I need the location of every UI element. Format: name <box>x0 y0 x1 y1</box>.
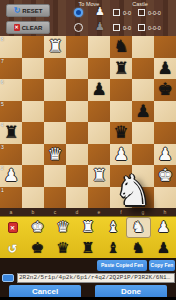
black-rook-icon: ♜ <box>81 240 94 257</box>
square-h8[interactable] <box>154 36 176 58</box>
square-e3[interactable] <box>88 144 110 166</box>
palette-black-pawn[interactable]: ♟ <box>151 238 176 259</box>
black-rook[interactable]: ♜ <box>3 123 18 142</box>
rank-label-5: 5 <box>1 101 4 107</box>
square-f8[interactable]: ♞ <box>110 36 132 58</box>
square-d4[interactable] <box>66 122 88 144</box>
black-queen[interactable]: ♛ <box>113 123 128 142</box>
square-h7[interactable]: ♟ <box>154 58 176 80</box>
square-c2[interactable] <box>44 165 66 187</box>
square-b4[interactable] <box>22 122 44 144</box>
square-a1[interactable]: 1 <box>0 187 22 209</box>
square-h4[interactable] <box>154 122 176 144</box>
palette-black-queen[interactable]: ♛ <box>50 238 75 259</box>
white-pawn-icon: ♟ <box>95 6 105 17</box>
black-king[interactable]: ♚ <box>157 80 172 99</box>
rank-label-8: 8 <box>1 36 4 42</box>
black-bishop-icon: ♝ <box>106 240 119 257</box>
swap-colors-tool[interactable]: ↺ <box>0 238 25 259</box>
reset-button[interactable]: ↻ RESET <box>6 4 50 17</box>
black-queen-icon: ♛ <box>56 240 69 257</box>
white-pawn[interactable]: ♟ <box>157 145 172 164</box>
square-c4[interactable] <box>44 122 66 144</box>
square-a6[interactable]: 6 <box>0 79 22 101</box>
rank-label-2: 2 <box>1 165 4 171</box>
square-f7[interactable]: ♜ <box>110 58 132 80</box>
castle-white-kingside-checkbox[interactable] <box>113 9 120 16</box>
square-c1[interactable] <box>44 187 66 209</box>
white-queen-icon: ♛ <box>56 219 69 236</box>
rank-label-1: 1 <box>1 187 4 193</box>
square-b1[interactable] <box>22 187 44 209</box>
fen-section: Paste Copied Fen Copy Fen 2R2n2/5r1p/4p2… <box>0 258 176 300</box>
copy-fen-button[interactable]: Copy Fen <box>149 260 175 271</box>
square-e7[interactable] <box>88 58 110 80</box>
square-h5[interactable] <box>154 101 176 123</box>
trash-icon: ✕ <box>14 24 20 31</box>
black-pawn-icon: ♟ <box>157 240 170 257</box>
square-a8[interactable]: 8 <box>0 36 22 58</box>
editor-toolbar: ↻ RESET ✕ CLEAR To Move ♟ ♟ Castle 0-0 0… <box>0 0 176 36</box>
square-b7[interactable] <box>22 58 44 80</box>
square-g5[interactable]: ♟ <box>132 101 154 123</box>
square-g7[interactable] <box>132 58 154 80</box>
palette-white-knight[interactable]: ♞ <box>126 217 151 238</box>
palette-white-pawn[interactable]: ♟ <box>151 217 176 238</box>
white-bishop-icon: ♝ <box>106 219 119 236</box>
palette-white-bishop[interactable]: ♝ <box>101 217 126 238</box>
white-queen[interactable]: ♛ <box>47 145 62 164</box>
square-g3[interactable] <box>132 144 154 166</box>
square-d3[interactable] <box>66 144 88 166</box>
square-h3[interactable]: ♟ <box>154 144 176 166</box>
palette-black-bishop[interactable]: ♝ <box>101 238 126 259</box>
piece-palette: ✕ ♚♛♜♝♞♟ ↺ ♚♛♜♝♞♟ <box>0 216 176 258</box>
square-a4[interactable]: 4♜ <box>0 122 22 144</box>
square-g8[interactable] <box>132 36 154 58</box>
square-c3[interactable]: ♛ <box>44 144 66 166</box>
black-pawn-icon: ♟ <box>95 21 105 32</box>
square-a5[interactable]: 5 <box>0 101 22 123</box>
rank-label-3: 3 <box>1 144 4 150</box>
square-a3[interactable]: 3 <box>0 144 22 166</box>
dragged-white-knight[interactable]: ♞ <box>106 170 160 214</box>
white-rook-icon: ♜ <box>81 219 94 236</box>
square-b2[interactable] <box>22 165 44 187</box>
palette-white-queen[interactable]: ♛ <box>50 217 75 238</box>
square-b6[interactable] <box>22 79 44 101</box>
castle-white-kingside-label: 0-0 <box>123 10 131 16</box>
delete-piece-tool[interactable]: ✕ <box>0 217 25 238</box>
square-a7[interactable]: 7 <box>0 58 22 80</box>
to-move-black-radio[interactable] <box>74 23 83 32</box>
black-knight-icon: ♞ <box>132 240 145 257</box>
square-d6[interactable] <box>66 79 88 101</box>
to-move-label: To Move <box>66 1 112 7</box>
square-d2[interactable] <box>66 165 88 187</box>
square-g6[interactable] <box>132 79 154 101</box>
square-e8[interactable] <box>88 36 110 58</box>
file-label-b: b <box>22 208 44 216</box>
castle-black-queenside-checkbox[interactable] <box>138 24 145 31</box>
castle-white-queenside-label: 0-0-0 <box>148 10 161 16</box>
white-pawn-icon: ♟ <box>157 219 170 236</box>
black-pawn[interactable]: ♟ <box>135 102 150 121</box>
white-rook[interactable]: ♜ <box>47 37 62 56</box>
castle-black-kingside-label: 0-0 <box>123 25 131 31</box>
square-c5[interactable] <box>44 101 66 123</box>
square-d1[interactable] <box>66 187 88 209</box>
square-c7[interactable] <box>44 58 66 80</box>
white-pawn[interactable]: ♟ <box>3 166 18 185</box>
palette-white-rook[interactable]: ♜ <box>75 217 100 238</box>
square-f5[interactable] <box>110 101 132 123</box>
fen-input[interactable]: 2R2n2/5r1p/4p2k/6p1/r4q2/2Q2P1P/P3R2K/6N… <box>17 273 175 283</box>
file-label-c: c <box>44 208 66 216</box>
castle-black-kingside-checkbox[interactable] <box>113 24 120 31</box>
clear-button[interactable]: ✕ CLEAR <box>6 21 50 34</box>
black-pawn[interactable]: ♟ <box>91 80 106 99</box>
square-b3[interactable] <box>22 144 44 166</box>
file-label-d: d <box>66 208 88 216</box>
palette-white-king[interactable]: ♚ <box>25 217 50 238</box>
square-d5[interactable] <box>66 101 88 123</box>
clear-label: CLEAR <box>22 25 43 31</box>
white-pawn[interactable]: ♟ <box>113 145 128 164</box>
square-e6[interactable]: ♟ <box>88 79 110 101</box>
black-pawn[interactable]: ♟ <box>157 59 172 78</box>
square-h6[interactable]: ♚ <box>154 79 176 101</box>
palette-black-king[interactable]: ♚ <box>25 238 50 259</box>
white-knight-icon: ♞ <box>132 219 145 236</box>
square-f3[interactable]: ♟ <box>110 144 132 166</box>
palette-black-knight[interactable]: ♞ <box>126 238 151 259</box>
square-f6[interactable] <box>110 79 132 101</box>
square-c6[interactable] <box>44 79 66 101</box>
square-c8[interactable]: ♜ <box>44 36 66 58</box>
file-label-a: a <box>0 208 22 216</box>
square-a2[interactable]: 2♟ <box>0 165 22 187</box>
black-knight[interactable]: ♞ <box>113 37 128 56</box>
trash-icon: ✕ <box>8 222 18 233</box>
black-rook[interactable]: ♜ <box>113 59 128 78</box>
clipboard-icon <box>2 274 14 282</box>
castle-black-queenside-label: 0-0-0 <box>148 25 161 31</box>
square-f4[interactable]: ♛ <box>110 122 132 144</box>
swap-arrow-icon: ↺ <box>8 242 18 256</box>
paste-fen-button[interactable]: Paste Copied Fen <box>97 260 147 271</box>
square-b5[interactable] <box>22 101 44 123</box>
castle-label: Castle <box>110 1 170 7</box>
rank-label-4: 4 <box>1 122 4 128</box>
black-king-icon: ♚ <box>31 240 44 257</box>
palette-black-rook[interactable]: ♜ <box>75 238 100 259</box>
castle-white-queenside-checkbox[interactable] <box>138 9 145 16</box>
square-d8[interactable] <box>66 36 88 58</box>
rank-label-6: 6 <box>1 79 4 85</box>
reset-label: RESET <box>22 8 42 14</box>
square-b8[interactable] <box>22 36 44 58</box>
square-e5[interactable] <box>88 101 110 123</box>
to-move-white-radio[interactable] <box>74 8 83 17</box>
white-rook[interactable]: ♜ <box>91 166 106 185</box>
white-king-icon: ♚ <box>31 219 44 236</box>
square-g4[interactable] <box>132 122 154 144</box>
reset-icon: ↻ <box>14 7 21 15</box>
square-e4[interactable] <box>88 122 110 144</box>
rank-label-7: 7 <box>1 58 4 64</box>
square-d7[interactable] <box>66 58 88 80</box>
